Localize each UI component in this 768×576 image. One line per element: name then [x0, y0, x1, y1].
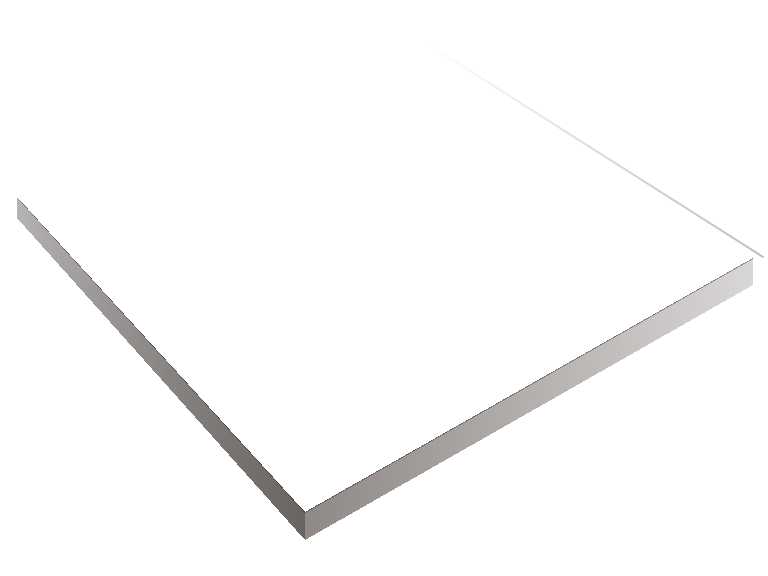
chessboard: [17, 48, 753, 512]
chessboard-photo: [0, 0, 768, 576]
